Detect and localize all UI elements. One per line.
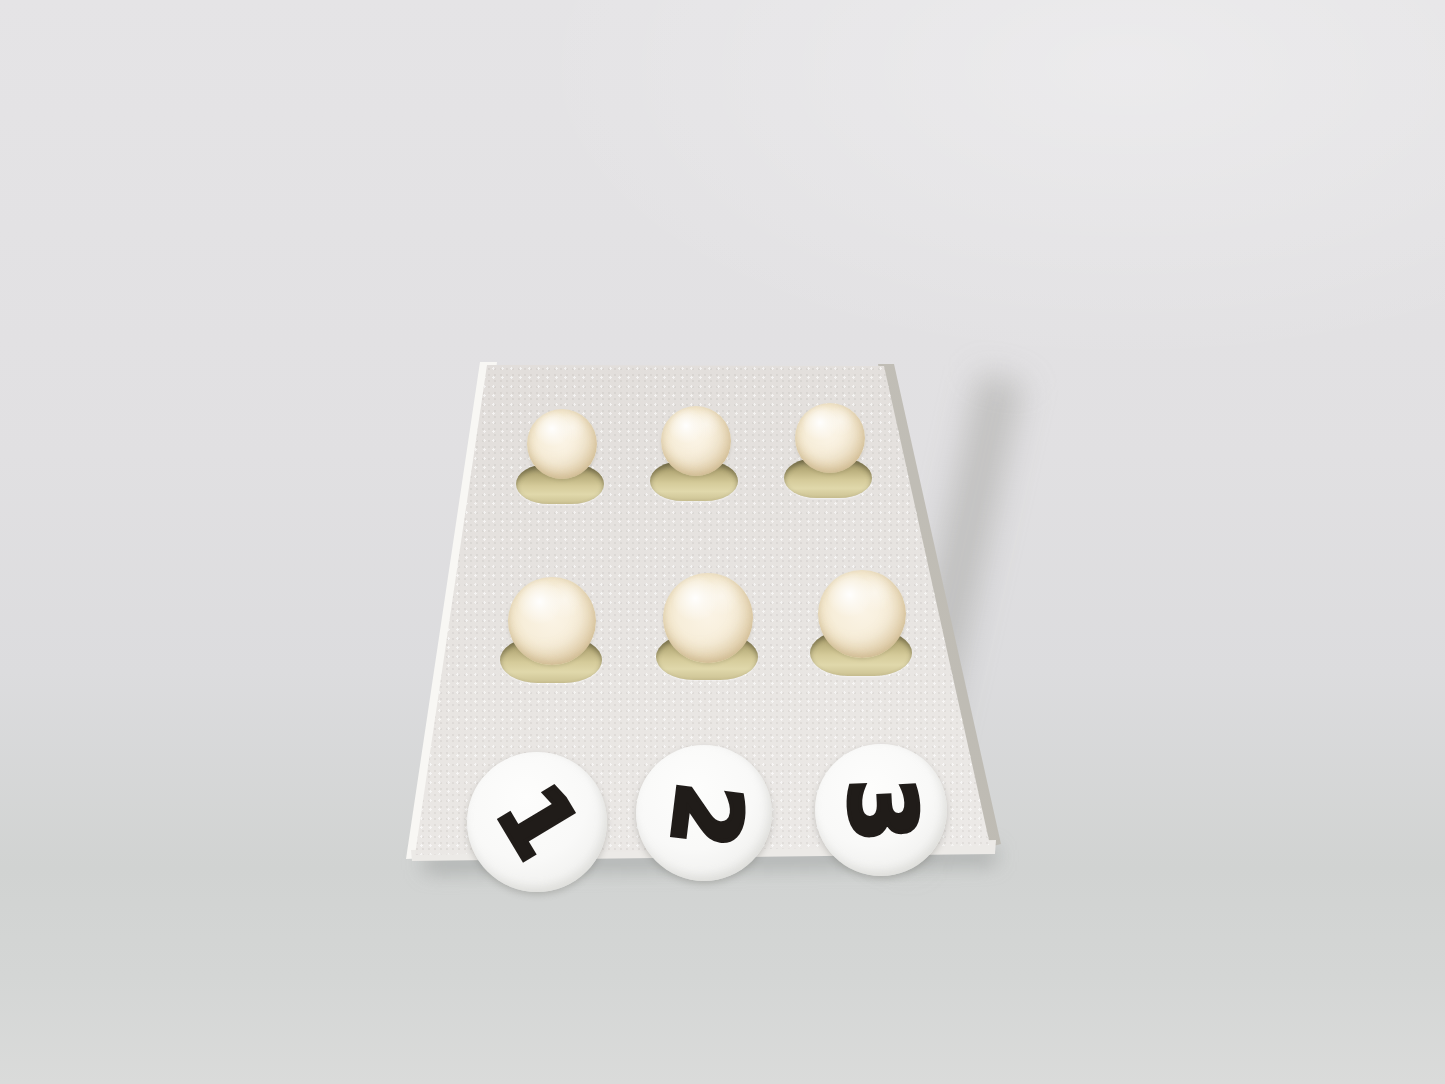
pearl-top-row-3 bbox=[795, 403, 865, 473]
pearl-bottom-row-2 bbox=[663, 573, 753, 663]
sticker-3-label: 3 bbox=[833, 776, 928, 845]
pearl-bottom-row-1 bbox=[508, 577, 596, 665]
sticker-1-label: 1 bbox=[481, 771, 593, 873]
number-sticker-1: 1 bbox=[467, 752, 607, 892]
pearl-bottom-row-3 bbox=[818, 570, 906, 658]
number-sticker-2: 2 bbox=[636, 745, 772, 881]
pearl-sample-card bbox=[0, 0, 1445, 1084]
pearl-top-row-1 bbox=[527, 409, 597, 479]
number-sticker-3: 3 bbox=[815, 744, 947, 876]
pearl-sample-photo: 1 2 3 bbox=[0, 0, 1445, 1084]
sticker-2-label: 2 bbox=[656, 778, 755, 853]
pearl-top-row-2 bbox=[661, 406, 731, 476]
